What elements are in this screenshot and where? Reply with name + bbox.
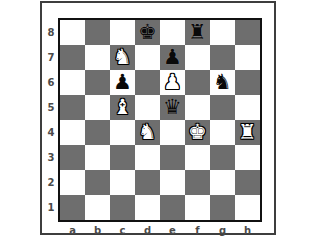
square-h7[interactable] (235, 45, 260, 70)
square-a3[interactable] (60, 145, 85, 170)
square-h8[interactable] (235, 20, 260, 45)
square-e5[interactable]: ♛ (160, 95, 185, 120)
square-f1[interactable] (185, 195, 210, 220)
square-g5[interactable] (210, 95, 235, 120)
square-e8[interactable] (160, 20, 185, 45)
square-g2[interactable] (210, 170, 235, 195)
square-a6[interactable] (60, 70, 85, 95)
square-g6[interactable]: ♞ (210, 70, 235, 95)
square-b2[interactable] (85, 170, 110, 195)
square-b7[interactable] (85, 45, 110, 70)
square-b6[interactable] (85, 70, 110, 95)
square-h1[interactable] (235, 195, 260, 220)
square-f7[interactable] (185, 45, 210, 70)
square-b8[interactable] (85, 20, 110, 45)
black-pawn-e7[interactable]: ♟ (163, 45, 182, 70)
square-e2[interactable] (160, 170, 185, 195)
square-c5[interactable]: ♝ (110, 95, 135, 120)
square-c7[interactable]: ♞ (110, 45, 135, 70)
square-b1[interactable] (85, 195, 110, 220)
square-g4[interactable] (210, 120, 235, 145)
square-h5[interactable] (235, 95, 260, 120)
chess-diagram: 87654321 ♚♜♞♟♟♟♞♝♛♞♚♜ abcdefgh (44, 18, 262, 236)
square-b3[interactable] (85, 145, 110, 170)
square-c8[interactable] (110, 20, 135, 45)
diagram-frame: 87654321 ♚♜♞♟♟♟♞♝♛♞♚♜ abcdefgh (40, 1, 276, 235)
black-rook-f8[interactable]: ♜ (188, 20, 207, 45)
white-bishop-c5[interactable]: ♝ (113, 95, 132, 120)
square-h4[interactable]: ♜ (235, 120, 260, 145)
rank-label-1: 1 (44, 195, 58, 220)
square-d2[interactable] (135, 170, 160, 195)
square-g1[interactable] (210, 195, 235, 220)
square-f6[interactable] (185, 70, 210, 95)
square-c4[interactable] (110, 120, 135, 145)
white-knight-d4[interactable]: ♞ (138, 120, 157, 145)
square-c6[interactable]: ♟ (110, 70, 135, 95)
black-knight-g6[interactable]: ♞ (213, 70, 232, 95)
file-label-g: g (210, 222, 235, 236)
rank-labels: 87654321 (44, 18, 58, 222)
file-labels: abcdefgh (58, 222, 262, 236)
square-a2[interactable] (60, 170, 85, 195)
rank-label-8: 8 (44, 20, 58, 45)
black-pawn-c6[interactable]: ♟ (113, 70, 132, 95)
square-a5[interactable] (60, 95, 85, 120)
chess-board[interactable]: ♚♜♞♟♟♟♞♝♛♞♚♜ (58, 18, 262, 222)
square-f3[interactable] (185, 145, 210, 170)
file-label-d: d (135, 222, 160, 236)
white-knight-c7[interactable]: ♞ (113, 45, 132, 70)
black-king-d8[interactable]: ♚ (138, 20, 157, 45)
file-label-b: b (85, 222, 110, 236)
square-c1[interactable] (110, 195, 135, 220)
square-a8[interactable] (60, 20, 85, 45)
white-rook-h4[interactable]: ♜ (238, 120, 257, 145)
rank-label-3: 3 (44, 145, 58, 170)
black-queen-e5[interactable]: ♛ (163, 95, 182, 120)
rank-label-7: 7 (44, 45, 58, 70)
square-e4[interactable] (160, 120, 185, 145)
file-label-e: e (160, 222, 185, 236)
white-king-f4[interactable]: ♚ (188, 120, 207, 145)
square-d8[interactable]: ♚ (135, 20, 160, 45)
square-a7[interactable] (60, 45, 85, 70)
square-a1[interactable] (60, 195, 85, 220)
square-h3[interactable] (235, 145, 260, 170)
square-b4[interactable] (85, 120, 110, 145)
square-f4[interactable]: ♚ (185, 120, 210, 145)
square-e1[interactable] (160, 195, 185, 220)
square-f8[interactable]: ♜ (185, 20, 210, 45)
square-e7[interactable]: ♟ (160, 45, 185, 70)
file-label-c: c (110, 222, 135, 236)
file-label-f: f (185, 222, 210, 236)
file-label-a: a (60, 222, 85, 236)
rank-label-6: 6 (44, 70, 58, 95)
square-d7[interactable] (135, 45, 160, 70)
rank-label-4: 4 (44, 120, 58, 145)
square-d4[interactable]: ♞ (135, 120, 160, 145)
rank-label-5: 5 (44, 95, 58, 120)
square-c2[interactable] (110, 170, 135, 195)
square-d6[interactable] (135, 70, 160, 95)
square-e6[interactable]: ♟ (160, 70, 185, 95)
square-d5[interactable] (135, 95, 160, 120)
white-pawn-e6[interactable]: ♟ (163, 70, 182, 95)
square-h2[interactable] (235, 170, 260, 195)
square-f5[interactable] (185, 95, 210, 120)
square-g3[interactable] (210, 145, 235, 170)
square-g8[interactable] (210, 20, 235, 45)
square-e3[interactable] (160, 145, 185, 170)
square-f2[interactable] (185, 170, 210, 195)
square-d3[interactable] (135, 145, 160, 170)
square-g7[interactable] (210, 45, 235, 70)
rank-label-2: 2 (44, 170, 58, 195)
square-h6[interactable] (235, 70, 260, 95)
square-c3[interactable] (110, 145, 135, 170)
square-d1[interactable] (135, 195, 160, 220)
square-a4[interactable] (60, 120, 85, 145)
file-label-h: h (235, 222, 260, 236)
square-b5[interactable] (85, 95, 110, 120)
